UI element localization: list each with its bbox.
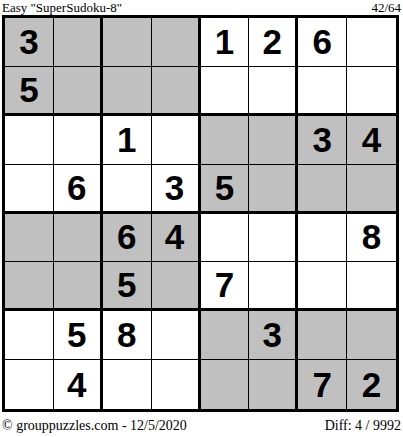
copyright-text: © grouppuzzles.com - 12/5/2020 [2,418,187,434]
given-digit: 3 [263,315,282,355]
cell-r8c8[interactable]: 2 [347,360,396,409]
cell-r7c7[interactable] [298,311,347,360]
cell-r2c5[interactable] [201,67,250,116]
cell-r5c7[interactable] [298,214,347,263]
cell-r2c7[interactable] [298,67,347,116]
cell-r6c6[interactable] [249,262,298,311]
cell-r8c4[interactable] [152,360,201,409]
cell-r6c8[interactable] [347,262,396,311]
cell-r6c7[interactable] [298,262,347,311]
given-digit: 4 [165,217,184,257]
cell-r4c1[interactable] [5,165,54,214]
cell-r3c1[interactable] [5,116,54,165]
given-digit: 8 [362,217,381,257]
cell-r8c7[interactable]: 7 [298,360,347,409]
cell-r5c3[interactable]: 6 [103,214,152,263]
cell-r3c7[interactable]: 3 [298,116,347,165]
cell-r2c2[interactable] [54,67,103,116]
cell-r5c1[interactable] [5,214,54,263]
given-digit: 5 [117,265,136,305]
cell-r4c8[interactable] [347,165,396,214]
cell-r1c2[interactable] [54,18,103,67]
given-digit: 4 [67,365,86,405]
cell-r1c6[interactable]: 2 [249,18,298,67]
given-digit: 5 [215,168,234,208]
given-digit: 6 [312,22,331,62]
header: Easy "SuperSudoku-8" 42/64 [2,0,401,15]
given-digit: 7 [312,365,331,405]
cell-r7c5[interactable] [201,311,250,360]
cell-r1c7[interactable]: 6 [298,18,347,67]
cell-r7c3[interactable]: 8 [103,311,152,360]
given-digit: 3 [19,22,38,62]
cell-r2c1[interactable]: 5 [5,67,54,116]
cell-r1c5[interactable]: 1 [201,18,250,67]
given-digit: 2 [263,22,282,62]
cell-r3c2[interactable] [54,116,103,165]
cell-r7c2[interactable]: 5 [54,311,103,360]
puzzle-title: Easy "SuperSudoku-8" [2,0,122,15]
cell-r7c4[interactable] [152,311,201,360]
cell-r2c8[interactable] [347,67,396,116]
cell-r7c1[interactable] [5,311,54,360]
cell-r4c3[interactable] [103,165,152,214]
cell-r6c5[interactable]: 7 [201,262,250,311]
given-digit: 3 [312,120,331,160]
cell-r3c5[interactable] [201,116,250,165]
cell-r8c2[interactable]: 4 [54,360,103,409]
cell-r3c4[interactable] [152,116,201,165]
difficulty-text: Diff: 4 / 9992 [325,418,401,434]
given-digit: 5 [67,315,86,355]
cell-r4c6[interactable] [249,165,298,214]
cell-r3c6[interactable] [249,116,298,165]
empty-cell-counter: 42/64 [371,0,401,15]
cell-r3c3[interactable]: 1 [103,116,152,165]
cell-r4c7[interactable] [298,165,347,214]
cell-r3c8[interactable]: 4 [347,116,396,165]
cell-r4c4[interactable]: 3 [152,165,201,214]
cell-r5c8[interactable]: 8 [347,214,396,263]
given-digit: 8 [117,315,136,355]
cell-r4c5[interactable]: 5 [201,165,250,214]
given-digit: 6 [117,217,136,257]
given-digit: 4 [362,120,381,160]
cell-r7c8[interactable] [347,311,396,360]
cell-r6c2[interactable] [54,262,103,311]
cell-r1c1[interactable]: 3 [5,18,54,67]
puzzle-page: Easy "SuperSudoku-8" 42/64 3126513463564… [0,0,403,437]
cell-r6c3[interactable]: 5 [103,262,152,311]
given-digit: 6 [67,168,86,208]
cell-r2c4[interactable] [152,67,201,116]
cell-r2c6[interactable] [249,67,298,116]
cell-r6c4[interactable] [152,262,201,311]
cell-r1c4[interactable] [152,18,201,67]
given-digit: 1 [215,22,234,62]
cell-r7c6[interactable]: 3 [249,311,298,360]
cell-r6c1[interactable] [5,262,54,311]
cell-r5c5[interactable] [201,214,250,263]
given-digit: 5 [19,70,38,110]
cell-r8c1[interactable] [5,360,54,409]
cell-r2c3[interactable] [103,67,152,116]
cell-r5c6[interactable] [249,214,298,263]
given-digit: 3 [165,168,184,208]
cell-r8c5[interactable] [201,360,250,409]
footer: © grouppuzzles.com - 12/5/2020 Diff: 4 /… [2,418,401,434]
cell-r5c2[interactable] [54,214,103,263]
cell-r1c3[interactable] [103,18,152,67]
cell-r8c6[interactable] [249,360,298,409]
given-digit: 2 [362,365,381,405]
cell-r8c3[interactable] [103,360,152,409]
given-digit: 1 [117,120,136,160]
cell-r1c8[interactable] [347,18,396,67]
given-digit: 7 [215,265,234,305]
sudoku-board: 3126513463564857583472 [2,15,399,412]
cell-r5c4[interactable]: 4 [152,214,201,263]
cell-r4c2[interactable]: 6 [54,165,103,214]
